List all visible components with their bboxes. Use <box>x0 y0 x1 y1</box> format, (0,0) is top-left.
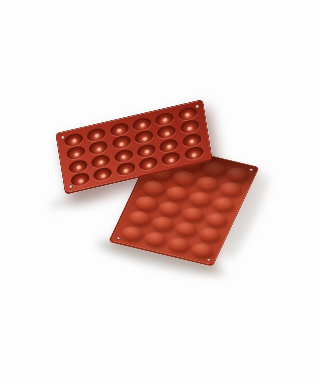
mold-dome <box>187 190 214 208</box>
mold-dome <box>171 169 198 187</box>
mold-dome <box>188 241 215 259</box>
mold-cavity <box>91 153 111 169</box>
mold-cavity <box>138 156 158 172</box>
mold-cavity <box>157 124 177 140</box>
mold-cavity <box>136 142 156 158</box>
mold-dome <box>142 230 169 248</box>
product-photo <box>0 0 320 384</box>
mold-dome <box>210 196 237 214</box>
mold-dome <box>126 210 153 228</box>
mold-dome <box>172 221 199 239</box>
mold-dome <box>156 200 183 218</box>
mold-cavity <box>109 121 129 137</box>
mold-dome <box>164 185 191 203</box>
mold-dome <box>195 226 222 244</box>
mold-cavity <box>159 137 179 153</box>
mold-cavity <box>89 140 109 156</box>
mold-dome <box>119 225 146 243</box>
mold-dome <box>217 180 244 198</box>
mold-cavity <box>155 111 175 127</box>
mold-cavity <box>184 145 204 161</box>
mold-cavity <box>64 132 84 148</box>
mold-cavity <box>113 148 133 164</box>
mold-dome <box>165 236 192 254</box>
mold-cavity <box>179 119 199 135</box>
mold-cavity <box>86 126 106 142</box>
mold-cavity <box>116 161 136 177</box>
mold-cavity <box>70 171 90 187</box>
mold-cavity <box>182 132 202 148</box>
mold-dome <box>133 194 160 212</box>
mold-cavity <box>134 129 154 145</box>
mold-cavity <box>68 158 88 174</box>
mold-cavity <box>93 166 113 182</box>
mold-cavity <box>161 151 181 167</box>
mold-cavity <box>132 116 152 132</box>
mold-cavity <box>111 134 131 150</box>
mold-dome <box>179 205 206 223</box>
mold-dome <box>224 165 251 183</box>
mold-dome <box>203 211 230 229</box>
mold-dome <box>140 179 167 197</box>
mold-dome <box>149 215 176 233</box>
mold-dome <box>194 175 221 193</box>
mold-cavity <box>66 145 86 161</box>
